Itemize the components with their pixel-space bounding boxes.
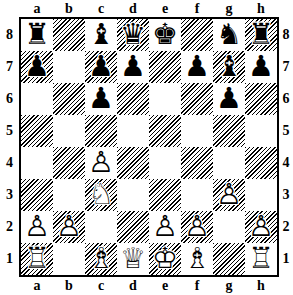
- square-d1[interactable]: ♛♕: [117, 243, 149, 275]
- piece-backfill: ♟: [149, 211, 181, 243]
- piece-backfill: ♟: [85, 51, 117, 83]
- piece-backfill: ♝: [85, 19, 117, 51]
- square-e4[interactable]: [149, 147, 181, 179]
- square-c4[interactable]: ♟♙: [85, 147, 117, 179]
- square-d6[interactable]: [117, 83, 149, 115]
- file-label-c: c: [85, 276, 117, 295]
- file-label-e: e: [149, 0, 181, 17]
- rank-label-7: 7: [0, 51, 19, 83]
- chess-board: ♜♜♝♝♛♛♚♚♞♞♜♜♟♟♟♟♟♟♟♟♝♝♟♟♟♟♟♟♟♙♞♘♟♙♟♙♟♙♟♙…: [19, 17, 279, 277]
- square-h4[interactable]: [245, 147, 277, 179]
- rank-label-2: 2: [279, 211, 293, 243]
- piece-backfill: ♟: [181, 51, 213, 83]
- black-pawn-icon: ♟: [85, 83, 117, 115]
- square-h1[interactable]: ♜♖: [245, 243, 277, 275]
- square-d8[interactable]: ♛♛: [117, 19, 149, 51]
- square-h6[interactable]: [245, 83, 277, 115]
- square-d3[interactable]: [117, 179, 149, 211]
- black-bishop-icon: ♝: [85, 19, 117, 51]
- piece-backfill: ♟: [245, 51, 277, 83]
- piece-backfill: ♟: [85, 83, 117, 115]
- white-knight-icon: ♘: [85, 179, 117, 211]
- square-b2[interactable]: ♟♙: [53, 211, 85, 243]
- file-label-b: b: [53, 0, 85, 17]
- piece-backfill: ♟: [85, 147, 117, 179]
- rank-label-4: 4: [0, 147, 19, 179]
- square-f7[interactable]: ♟♟: [181, 51, 213, 83]
- black-pawn-icon: ♟: [213, 83, 245, 115]
- square-c1[interactable]: ♝♗: [85, 243, 117, 275]
- square-g3[interactable]: ♟♙: [213, 179, 245, 211]
- black-knight-icon: ♞: [213, 19, 245, 51]
- square-c2[interactable]: [85, 211, 117, 243]
- square-d2[interactable]: [117, 211, 149, 243]
- square-d7[interactable]: ♟♟: [117, 51, 149, 83]
- square-h5[interactable]: [245, 115, 277, 147]
- black-bishop-icon: ♝: [213, 51, 245, 83]
- file-label-c: c: [85, 0, 117, 17]
- square-g2[interactable]: [213, 211, 245, 243]
- black-queen-icon: ♛: [117, 19, 149, 51]
- square-a5[interactable]: [21, 115, 53, 147]
- rank-label-5: 5: [279, 115, 293, 147]
- file-label-g: g: [213, 0, 245, 17]
- square-e1[interactable]: ♚♔: [149, 243, 181, 275]
- file-label-a: a: [21, 276, 53, 295]
- piece-backfill: ♝: [213, 51, 245, 83]
- file-labels-top: abcdefgh: [21, 0, 277, 17]
- rank-label-3: 3: [0, 179, 19, 211]
- square-a3[interactable]: [21, 179, 53, 211]
- square-h8[interactable]: ♜♜: [245, 19, 277, 51]
- square-c8[interactable]: ♝♝: [85, 19, 117, 51]
- square-f1[interactable]: ♝♗: [181, 243, 213, 275]
- black-pawn-icon: ♟: [181, 51, 213, 83]
- black-pawn-icon: ♟: [21, 51, 53, 83]
- white-pawn-icon: ♙: [149, 211, 181, 243]
- square-c3[interactable]: ♞♘: [85, 179, 117, 211]
- square-g8[interactable]: ♞♞: [213, 19, 245, 51]
- rank-labels-right: 87654321: [279, 19, 293, 275]
- piece-backfill: ♞: [213, 19, 245, 51]
- square-a7[interactable]: ♟♟: [21, 51, 53, 83]
- piece-backfill: ♝: [181, 243, 213, 275]
- square-b6[interactable]: [53, 83, 85, 115]
- black-king-icon: ♚: [149, 19, 181, 51]
- square-e3[interactable]: [149, 179, 181, 211]
- piece-backfill: ♛: [117, 243, 149, 275]
- white-pawn-icon: ♙: [213, 179, 245, 211]
- square-g4[interactable]: [213, 147, 245, 179]
- piece-backfill: ♚: [149, 19, 181, 51]
- square-f5[interactable]: [181, 115, 213, 147]
- square-g5[interactable]: [213, 115, 245, 147]
- rank-label-5: 5: [0, 115, 19, 147]
- square-a8[interactable]: ♜♜: [21, 19, 53, 51]
- piece-backfill: ♜: [21, 243, 53, 275]
- rank-label-1: 1: [279, 243, 293, 275]
- square-e5[interactable]: [149, 115, 181, 147]
- file-label-h: h: [245, 0, 277, 17]
- piece-backfill: ♝: [85, 243, 117, 275]
- square-g1[interactable]: [213, 243, 245, 275]
- rank-label-8: 8: [0, 19, 19, 51]
- square-a2[interactable]: ♟♙: [21, 211, 53, 243]
- file-labels-bottom: abcdefgh: [21, 276, 277, 295]
- white-bishop-icon: ♗: [181, 243, 213, 275]
- white-bishop-icon: ♗: [85, 243, 117, 275]
- piece-backfill: ♟: [21, 51, 53, 83]
- black-pawn-icon: ♟: [85, 51, 117, 83]
- square-b1[interactable]: [53, 243, 85, 275]
- square-f4[interactable]: [181, 147, 213, 179]
- file-label-e: e: [149, 276, 181, 295]
- black-rook-icon: ♜: [21, 19, 53, 51]
- square-b7[interactable]: [53, 51, 85, 83]
- white-pawn-icon: ♙: [245, 211, 277, 243]
- square-e7[interactable]: [149, 51, 181, 83]
- square-e2[interactable]: ♟♙: [149, 211, 181, 243]
- rank-label-4: 4: [279, 147, 293, 179]
- black-rook-icon: ♜: [245, 19, 277, 51]
- piece-backfill: ♟: [21, 211, 53, 243]
- square-b5[interactable]: [53, 115, 85, 147]
- square-c6[interactable]: ♟♟: [85, 83, 117, 115]
- piece-backfill: ♟: [181, 211, 213, 243]
- piece-backfill: ♜: [245, 19, 277, 51]
- piece-backfill: ♚: [149, 243, 181, 275]
- white-pawn-icon: ♙: [21, 211, 53, 243]
- white-pawn-icon: ♙: [85, 147, 117, 179]
- file-label-d: d: [117, 276, 149, 295]
- rank-label-6: 6: [279, 83, 293, 115]
- file-label-a: a: [21, 0, 53, 17]
- piece-backfill: ♟: [53, 211, 85, 243]
- rank-label-7: 7: [279, 51, 293, 83]
- piece-backfill: ♟: [213, 179, 245, 211]
- rank-label-3: 3: [279, 179, 293, 211]
- piece-backfill: ♟: [245, 211, 277, 243]
- rank-label-2: 2: [0, 211, 19, 243]
- rank-label-6: 6: [0, 83, 19, 115]
- square-h7[interactable]: ♟♟: [245, 51, 277, 83]
- rank-labels-left: 87654321: [0, 19, 19, 275]
- white-pawn-icon: ♙: [181, 211, 213, 243]
- square-b4[interactable]: [53, 147, 85, 179]
- square-a6[interactable]: [21, 83, 53, 115]
- white-king-icon: ♔: [149, 243, 181, 275]
- square-c5[interactable]: [85, 115, 117, 147]
- white-rook-icon: ♖: [245, 243, 277, 275]
- square-b8[interactable]: [53, 19, 85, 51]
- black-pawn-icon: ♟: [245, 51, 277, 83]
- piece-backfill: ♟: [213, 83, 245, 115]
- file-label-g: g: [213, 276, 245, 295]
- piece-backfill: ♛: [117, 19, 149, 51]
- square-f2[interactable]: ♟♙: [181, 211, 213, 243]
- square-e6[interactable]: [149, 83, 181, 115]
- file-label-d: d: [117, 0, 149, 17]
- square-f6[interactable]: [181, 83, 213, 115]
- square-d5[interactable]: [117, 115, 149, 147]
- square-a1[interactable]: ♜♖: [21, 243, 53, 275]
- square-a4[interactable]: [21, 147, 53, 179]
- file-label-f: f: [181, 0, 213, 17]
- chess-diagram: abcdefgh 87654321 ♜♜♝♝♛♛♚♚♞♞♜♜♟♟♟♟♟♟♟♟♝♝…: [0, 0, 293, 295]
- piece-backfill: ♜: [245, 243, 277, 275]
- square-b3[interactable]: [53, 179, 85, 211]
- piece-backfill: ♜: [21, 19, 53, 51]
- rank-label-1: 1: [0, 243, 19, 275]
- square-f3[interactable]: [181, 179, 213, 211]
- square-g6[interactable]: ♟♟: [213, 83, 245, 115]
- file-label-h: h: [245, 276, 277, 295]
- file-label-f: f: [181, 276, 213, 295]
- square-h2[interactable]: ♟♙: [245, 211, 277, 243]
- square-h3[interactable]: [245, 179, 277, 211]
- white-rook-icon: ♖: [21, 243, 53, 275]
- square-c7[interactable]: ♟♟: [85, 51, 117, 83]
- white-pawn-icon: ♙: [53, 211, 85, 243]
- black-pawn-icon: ♟: [117, 51, 149, 83]
- square-d4[interactable]: [117, 147, 149, 179]
- square-f8[interactable]: [181, 19, 213, 51]
- square-e8[interactable]: ♚♚: [149, 19, 181, 51]
- white-queen-icon: ♕: [117, 243, 149, 275]
- rank-label-8: 8: [279, 19, 293, 51]
- piece-backfill: ♞: [85, 179, 117, 211]
- piece-backfill: ♟: [117, 51, 149, 83]
- file-label-b: b: [53, 276, 85, 295]
- square-g7[interactable]: ♝♝: [213, 51, 245, 83]
